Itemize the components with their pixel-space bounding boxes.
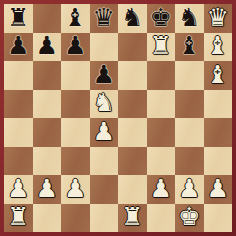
black-pawn: ♟	[64, 33, 86, 58]
square-h7[interactable]: ♝	[204, 33, 233, 62]
white-pawn: ♟	[7, 176, 29, 201]
black-rook: ♜	[7, 5, 29, 30]
square-f8[interactable]: ♚	[147, 4, 176, 33]
square-f4[interactable]	[147, 118, 176, 147]
square-c1[interactable]	[61, 204, 90, 233]
white-pawn: ♟	[93, 119, 115, 144]
square-h1[interactable]	[204, 204, 233, 233]
square-g7[interactable]: ♝	[175, 33, 204, 62]
square-d8[interactable]: ♛	[90, 4, 119, 33]
square-b1[interactable]	[33, 204, 62, 233]
square-b5[interactable]	[33, 90, 62, 119]
square-e5[interactable]	[118, 90, 147, 119]
square-a4[interactable]	[4, 118, 33, 147]
square-d4[interactable]: ♟	[90, 118, 119, 147]
black-queen: ♛	[93, 5, 115, 30]
square-f2[interactable]: ♟	[147, 175, 176, 204]
square-c7[interactable]: ♟	[61, 33, 90, 62]
white-bishop: ♝	[207, 33, 229, 58]
square-c4[interactable]	[61, 118, 90, 147]
square-g2[interactable]: ♟	[175, 175, 204, 204]
black-pawn: ♟	[7, 33, 29, 58]
black-bishop: ♝	[178, 33, 200, 58]
square-g4[interactable]	[175, 118, 204, 147]
white-pawn: ♟	[207, 176, 229, 201]
square-d6[interactable]: ♟	[90, 61, 119, 90]
square-e7[interactable]	[118, 33, 147, 62]
black-pawn: ♟	[93, 62, 115, 87]
square-e3[interactable]	[118, 147, 147, 176]
white-rook: ♜	[121, 204, 143, 229]
square-h2[interactable]: ♟	[204, 175, 233, 204]
white-pawn: ♟	[36, 176, 58, 201]
black-knight: ♞	[178, 5, 200, 30]
square-d5[interactable]: ♞	[90, 90, 119, 119]
black-pawn: ♟	[36, 33, 58, 58]
square-h4[interactable]	[204, 118, 233, 147]
square-f1[interactable]	[147, 204, 176, 233]
square-c8[interactable]: ♝	[61, 4, 90, 33]
square-d1[interactable]	[90, 204, 119, 233]
square-g8[interactable]: ♞	[175, 4, 204, 33]
square-h6[interactable]: ♝	[204, 61, 233, 90]
white-knight: ♞	[93, 90, 115, 115]
square-c6[interactable]	[61, 61, 90, 90]
square-c3[interactable]	[61, 147, 90, 176]
square-b4[interactable]	[33, 118, 62, 147]
square-f3[interactable]	[147, 147, 176, 176]
square-d3[interactable]	[90, 147, 119, 176]
square-e4[interactable]	[118, 118, 147, 147]
black-king: ♚	[150, 5, 172, 30]
square-e1[interactable]: ♜	[118, 204, 147, 233]
square-c5[interactable]	[61, 90, 90, 119]
square-g5[interactable]	[175, 90, 204, 119]
square-d2[interactable]	[90, 175, 119, 204]
square-a3[interactable]	[4, 147, 33, 176]
square-g1[interactable]: ♚	[175, 204, 204, 233]
square-a5[interactable]	[4, 90, 33, 119]
square-b3[interactable]	[33, 147, 62, 176]
white-pawn: ♟	[64, 176, 86, 201]
square-c2[interactable]: ♟	[61, 175, 90, 204]
black-knight: ♞	[121, 5, 143, 30]
square-g6[interactable]	[175, 61, 204, 90]
square-e8[interactable]: ♞	[118, 4, 147, 33]
square-b6[interactable]	[33, 61, 62, 90]
square-a7[interactable]: ♟	[4, 33, 33, 62]
square-f5[interactable]	[147, 90, 176, 119]
white-rook: ♜	[150, 33, 172, 58]
square-a8[interactable]: ♜	[4, 4, 33, 33]
white-bishop: ♝	[207, 62, 229, 87]
chess-board: ♜♝♛♞♚♞♛♟♟♟♜♝♝♟♝♞♟♟♟♟♟♟♟♜♜♚	[4, 4, 232, 232]
white-rook: ♜	[7, 204, 29, 229]
square-b7[interactable]: ♟	[33, 33, 62, 62]
black-bishop: ♝	[64, 5, 86, 30]
white-pawn: ♟	[150, 176, 172, 201]
square-b8[interactable]	[33, 4, 62, 33]
chess-board-frame: ♜♝♛♞♚♞♛♟♟♟♜♝♝♟♝♞♟♟♟♟♟♟♟♜♜♚	[0, 0, 236, 236]
square-a2[interactable]: ♟	[4, 175, 33, 204]
square-h3[interactable]	[204, 147, 233, 176]
white-queen: ♛	[207, 5, 229, 30]
square-f6[interactable]	[147, 61, 176, 90]
square-a1[interactable]: ♜	[4, 204, 33, 233]
square-g3[interactable]	[175, 147, 204, 176]
square-h8[interactable]: ♛	[204, 4, 233, 33]
square-a6[interactable]	[4, 61, 33, 90]
square-b2[interactable]: ♟	[33, 175, 62, 204]
square-e2[interactable]	[118, 175, 147, 204]
square-d7[interactable]	[90, 33, 119, 62]
square-h5[interactable]	[204, 90, 233, 119]
white-pawn: ♟	[178, 176, 200, 201]
white-king: ♚	[178, 204, 200, 229]
square-e6[interactable]	[118, 61, 147, 90]
square-f7[interactable]: ♜	[147, 33, 176, 62]
